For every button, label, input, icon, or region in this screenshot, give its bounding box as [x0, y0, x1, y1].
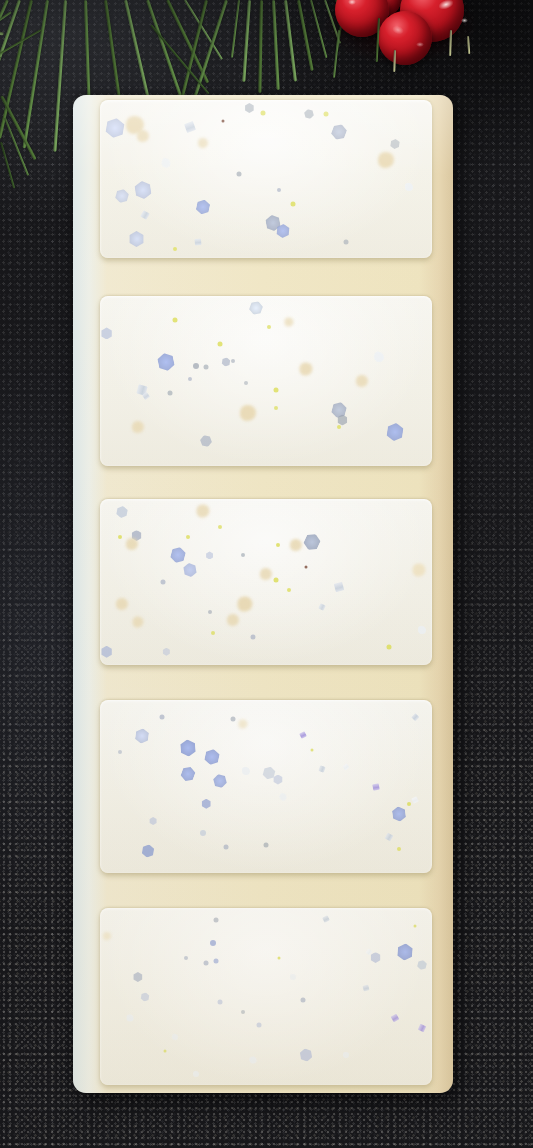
glitter-dot	[244, 381, 248, 385]
glitter-blob	[132, 616, 143, 627]
glitter-spark	[342, 763, 350, 771]
glitter-hex	[141, 843, 156, 858]
glitter-blob	[290, 539, 302, 551]
glitter-blob	[356, 375, 368, 387]
glitter-dot	[200, 830, 206, 836]
glitter-hex	[101, 646, 113, 658]
glitter-spark	[317, 764, 328, 775]
glitter-hex	[149, 817, 157, 825]
glitter-dot	[161, 580, 166, 585]
glitter-hex	[129, 231, 145, 247]
glitter-hex	[211, 773, 228, 790]
glitter-dot	[407, 802, 411, 806]
glitter-dot	[250, 634, 255, 639]
glitter-hex	[199, 433, 214, 448]
glitter-hex	[113, 188, 130, 205]
glitter-dot	[214, 959, 219, 964]
glitter-dot	[164, 1050, 167, 1053]
glitter-dot	[273, 387, 278, 392]
wax-bar	[73, 95, 453, 1093]
glitter-dot	[221, 119, 224, 122]
glitter-dot	[274, 406, 278, 410]
glitter-blob	[227, 614, 239, 626]
glitter-hex	[133, 972, 143, 982]
glitter-dot	[241, 1010, 245, 1014]
glitter-spark	[360, 982, 371, 993]
glitter-dot	[241, 553, 245, 557]
glitter-dot	[397, 847, 401, 851]
glitter-dot	[188, 377, 192, 381]
glitter-dot	[277, 188, 281, 192]
glitter-hex	[156, 352, 177, 373]
glitter-dot	[257, 1022, 262, 1027]
glitter-dot	[167, 390, 172, 395]
wax-segment-3	[100, 499, 432, 665]
wax-segment-2	[100, 296, 432, 466]
glitter-hex	[133, 728, 150, 745]
glitter-hex	[298, 1047, 313, 1062]
glitter-dot	[414, 924, 417, 927]
glitter-dot	[260, 110, 265, 115]
glitter-blob	[378, 152, 394, 168]
glitter-hex	[329, 121, 350, 142]
glitter-dot	[224, 845, 229, 850]
glitter-fleck	[343, 1052, 349, 1058]
glitter-dot	[267, 325, 271, 329]
glitter-blob	[299, 363, 312, 376]
glitter-fleck	[171, 1034, 178, 1041]
glitter-spark	[383, 831, 394, 842]
glitter-dot	[173, 247, 177, 251]
berry	[378, 11, 432, 65]
glitter-hex	[194, 199, 212, 217]
glitter-spark	[410, 795, 420, 805]
glitter-blob	[137, 130, 149, 142]
berry-highlight	[416, 42, 424, 47]
glitter-hex	[140, 991, 150, 1001]
glitter-dot	[343, 240, 348, 245]
glitter-hex	[115, 505, 129, 519]
glitter-hex	[396, 943, 414, 961]
glitter-hex	[390, 806, 407, 823]
glitter-hex	[133, 180, 153, 200]
glitter-fleck	[278, 792, 287, 801]
glitter-fleck	[289, 974, 296, 981]
glitter-blob	[240, 405, 256, 421]
glitter-dot	[337, 425, 341, 429]
glitter-spark	[390, 1012, 401, 1023]
glitter-fleck	[373, 351, 385, 363]
glitter-hex	[201, 799, 211, 809]
glitter-blob	[238, 720, 247, 729]
glitter-blob	[132, 421, 144, 433]
glitter-dot	[204, 365, 209, 370]
glitter-hex	[182, 562, 198, 578]
glitter-blob	[103, 932, 111, 940]
glitter-dot	[217, 999, 222, 1004]
glitter-dot	[304, 566, 307, 569]
wax-segment-1	[100, 100, 432, 258]
glitter-hex	[390, 139, 401, 150]
glitter-hex	[101, 327, 113, 339]
glitter-hex	[385, 422, 405, 442]
glitter-dot	[273, 578, 278, 583]
glitter-hex	[162, 648, 170, 656]
glitter-dot	[323, 112, 328, 117]
glitter-dot	[276, 543, 280, 547]
glitter-dot	[118, 535, 122, 539]
glitter-hex	[206, 551, 214, 559]
glitter-dot	[231, 359, 235, 363]
glitter-dot	[300, 998, 305, 1003]
glitter-blob	[285, 317, 294, 326]
glitter-dot	[217, 341, 222, 346]
glitter-spark	[411, 713, 419, 721]
glitter-blob	[126, 538, 138, 550]
glitter-spark	[369, 780, 382, 793]
glitter-dot	[287, 588, 291, 592]
glitter-fleck	[405, 183, 413, 191]
glitter-blob	[196, 504, 209, 517]
glitter-spark	[331, 579, 347, 595]
glitter-dot	[311, 749, 314, 752]
glitter-dot	[211, 631, 215, 635]
glitter-dot	[218, 525, 222, 529]
glitter-dot	[184, 956, 188, 960]
glitter-hex	[202, 748, 221, 767]
glitter-fleck	[249, 1056, 257, 1064]
glitter-dot	[173, 317, 178, 322]
glitter-hex	[178, 765, 197, 784]
glitter-hex	[370, 952, 381, 963]
glitter-spark	[192, 236, 205, 249]
glitter-blob	[412, 564, 425, 577]
glitter-hex	[168, 546, 188, 566]
glitter-spark	[297, 729, 307, 739]
glitter-spark	[321, 913, 331, 923]
glitter-dot	[118, 750, 122, 754]
glitter-dot	[193, 363, 199, 369]
glitter-hex	[103, 117, 126, 140]
glitter-dot	[264, 843, 269, 848]
glitter-hex	[416, 959, 428, 971]
glitter-hex	[247, 299, 265, 317]
glitter-hex	[244, 103, 254, 113]
glitter-dot	[278, 956, 281, 959]
glitter-dot	[214, 918, 219, 923]
glitter-blob	[238, 596, 253, 611]
glitter-hex	[179, 739, 197, 757]
glitter-fleck	[161, 157, 173, 169]
glitter-dot	[186, 535, 190, 539]
glitter-hex	[221, 357, 231, 367]
glitter-dot	[237, 172, 242, 177]
berry-highlight	[461, 18, 468, 23]
glitter-spark	[416, 1023, 428, 1035]
photo	[0, 0, 533, 1148]
glitter-spark	[139, 209, 151, 221]
glitter-hex	[303, 108, 315, 120]
glitter-blob	[116, 598, 128, 610]
glitter-hex	[273, 775, 283, 785]
glitter-dot	[208, 610, 212, 614]
glitter-dot	[210, 940, 216, 946]
glitter-dot	[160, 715, 165, 720]
glitter-spark	[317, 602, 327, 612]
glitter-dot	[386, 644, 391, 649]
glitter-fleck	[126, 1014, 133, 1021]
wax-segment-4	[100, 700, 432, 873]
glitter-blob	[260, 568, 272, 580]
glitter-hex	[301, 531, 324, 554]
glitter-dot	[204, 960, 209, 965]
glitter-fleck	[193, 1071, 199, 1077]
glitter-fleck	[242, 767, 250, 775]
glitter-dot	[290, 202, 295, 207]
glitter-blob	[198, 138, 208, 148]
wax-segment-5	[100, 908, 432, 1085]
glitter-fleck	[418, 626, 426, 634]
glitter-spark	[181, 118, 198, 135]
glitter-dot	[230, 717, 235, 722]
